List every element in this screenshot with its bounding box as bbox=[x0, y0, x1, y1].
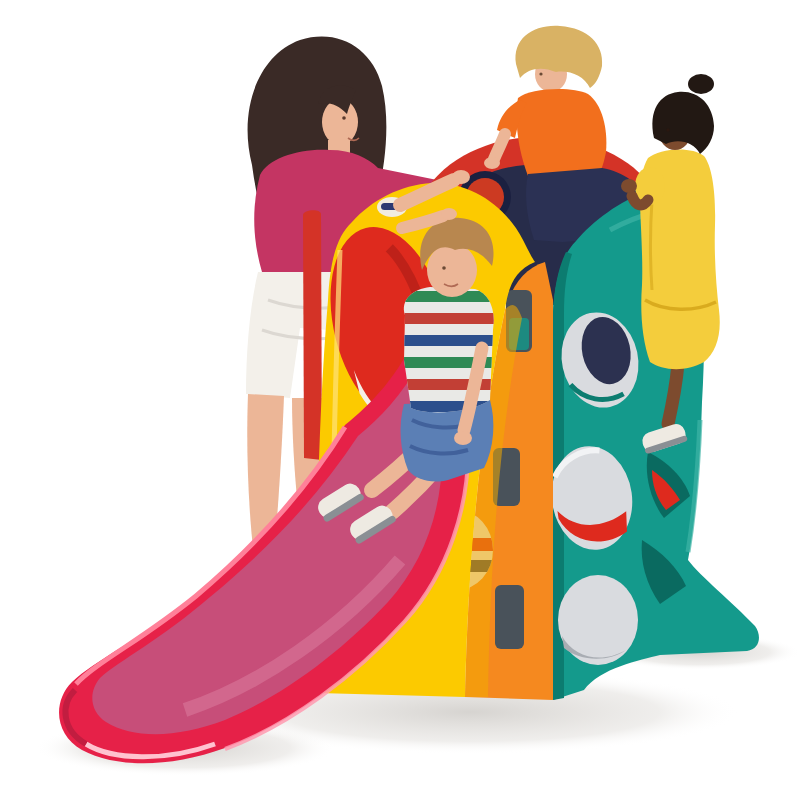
girl-eye bbox=[666, 128, 669, 131]
porthole-3 bbox=[558, 575, 638, 665]
top-boy-shirt bbox=[516, 89, 606, 176]
top-boy-hand bbox=[484, 157, 500, 169]
girl-hair-knot bbox=[688, 74, 714, 94]
stripe bbox=[396, 379, 500, 390]
photo-canvas bbox=[0, 0, 799, 799]
slide-boy-shorts bbox=[401, 400, 494, 482]
stripe bbox=[396, 313, 500, 324]
hand-grip-3 bbox=[495, 585, 524, 649]
slide-boy-hand bbox=[454, 431, 472, 445]
playset-product-photo: A woman and three children play on a col… bbox=[0, 0, 799, 799]
slide-boy-eye bbox=[442, 266, 446, 270]
girl-hand bbox=[621, 179, 637, 193]
woman-eye bbox=[342, 116, 346, 120]
woman-hand-lower bbox=[441, 208, 457, 220]
girl-dress-fold bbox=[651, 200, 653, 290]
red-back-edge bbox=[303, 210, 322, 460]
woman-hand-upper bbox=[452, 170, 470, 184]
top-boy-eye bbox=[539, 72, 542, 75]
